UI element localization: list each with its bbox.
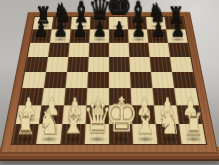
square-h6: [168, 43, 190, 57]
square-d5: [88, 57, 109, 72]
board-grid: ♜♞♝♛♚♝♞♜♟♟♟♟♟♟♟♟♟♟♟♟♟♟♟♟♜♞♝♛♚♝♞♜: [12, 17, 206, 144]
square-f7: ♟: [128, 29, 148, 42]
square-f1: ♝: [132, 124, 157, 144]
square-f5: [129, 57, 151, 72]
piece-black-pawn: ♟: [33, 19, 47, 39]
chess-photo-scene: ♜♞♝♛♚♝♞♜♟♟♟♟♟♟♟♟♟♟♟♟♟♟♟♟♜♞♝♛♚♝♞♜: [0, 0, 219, 165]
piece-black-pawn: ♟: [170, 19, 184, 39]
square-c5: [67, 57, 89, 72]
square-h1: ♜: [179, 124, 206, 144]
square-b5: [46, 57, 68, 72]
square-a6: [28, 43, 50, 57]
piece-black-pawn: ♟: [112, 19, 126, 39]
square-a4: [22, 72, 46, 88]
square-e1: ♚: [109, 124, 133, 144]
square-c4: [66, 72, 88, 88]
square-g1: ♞: [156, 124, 182, 144]
square-f6: [129, 43, 150, 57]
square-h7: ♟: [166, 29, 187, 42]
square-e5: [109, 57, 130, 72]
chess-board: ♜♞♝♛♚♝♞♜♟♟♟♟♟♟♟♟♟♟♟♟♟♟♟♟♜♞♝♛♚♝♞♜: [0, 12, 218, 153]
square-h4: [172, 72, 196, 88]
square-d6: [89, 43, 109, 57]
piece-black-pawn: ♟: [131, 19, 145, 39]
square-g6: [148, 43, 170, 57]
piece-black-pawn: ♟: [151, 19, 165, 39]
square-e7: ♟: [109, 29, 129, 42]
piece-black-pawn: ♟: [53, 19, 67, 39]
square-c7: ♟: [70, 29, 90, 42]
piece-white-rook: ♜: [15, 109, 36, 139]
square-g7: ♟: [147, 29, 168, 42]
piece-black-pawn: ♟: [92, 19, 106, 39]
square-e6: [109, 43, 129, 57]
square-g4: [151, 72, 174, 88]
piece-white-rook: ♜: [183, 109, 204, 139]
piece-black-pawn: ♟: [73, 19, 87, 39]
square-b1: ♞: [36, 124, 62, 144]
square-a5: [25, 57, 48, 72]
piece-white-knight: ♞: [157, 106, 180, 139]
square-h5: [170, 57, 193, 72]
piece-white-bishop: ♝: [132, 103, 158, 140]
board-frame: ♜♞♝♛♚♝♞♜♟♟♟♟♟♟♟♟♟♟♟♟♟♟♟♟♜♞♝♛♚♝♞♜: [0, 12, 218, 153]
square-b4: [44, 72, 67, 88]
square-g5: [150, 57, 172, 72]
piece-white-knight: ♞: [37, 106, 60, 139]
square-a1: ♜: [12, 124, 39, 144]
square-d7: ♟: [89, 29, 109, 42]
square-b7: ♟: [50, 29, 71, 42]
square-b6: [48, 43, 70, 57]
square-a7: ♟: [30, 29, 51, 42]
square-c6: [68, 43, 89, 57]
